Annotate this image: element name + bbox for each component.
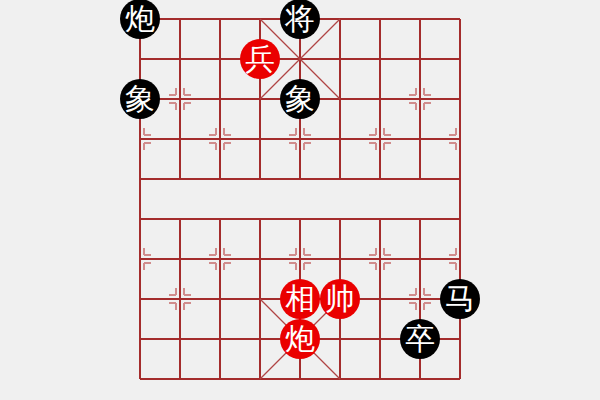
red-elephant[interactable]: 相 — [280, 279, 320, 319]
black-elephant[interactable]: 象 — [120, 79, 160, 119]
black-general[interactable]: 将 — [280, 0, 320, 39]
black-elephant[interactable]: 象 — [280, 79, 320, 119]
black-horse[interactable]: 马 — [440, 279, 480, 319]
red-soldier[interactable]: 兵 — [240, 39, 280, 79]
red-general[interactable]: 帅 — [320, 279, 360, 319]
black-soldier[interactable]: 卒 — [400, 319, 440, 359]
xiangqi-board-screen: 炮将兵象象相帅马炮卒 — [0, 0, 600, 400]
black-cannon[interactable]: 炮 — [120, 0, 160, 39]
red-cannon[interactable]: 炮 — [280, 319, 320, 359]
xiangqi-board[interactable]: 炮将兵象象相帅马炮卒 — [120, 0, 480, 399]
